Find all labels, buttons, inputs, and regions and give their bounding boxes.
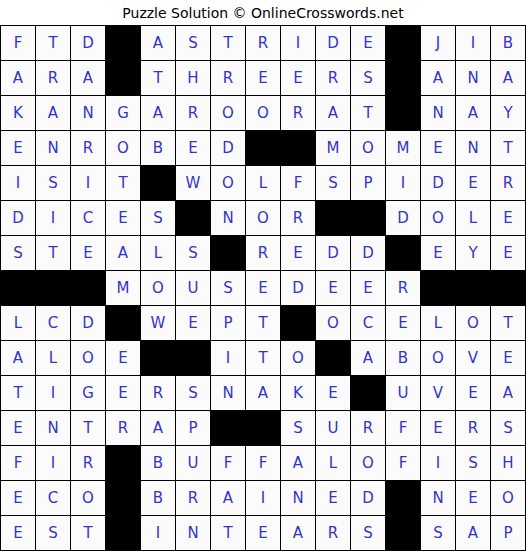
letter-cell: R bbox=[211, 61, 246, 96]
black-cell bbox=[106, 26, 141, 61]
black-cell bbox=[351, 376, 386, 411]
letter-cell: A bbox=[141, 411, 176, 446]
letter-cell: S bbox=[141, 201, 176, 236]
letter-cell: B bbox=[491, 26, 526, 61]
letter-cell: W bbox=[176, 166, 211, 201]
letter-cell: O bbox=[281, 341, 316, 376]
letter-cell: F bbox=[281, 166, 316, 201]
letter-cell: S bbox=[316, 166, 351, 201]
black-cell bbox=[211, 411, 246, 446]
letter-cell: E bbox=[176, 131, 211, 166]
letter-cell: R bbox=[456, 411, 491, 446]
letter-cell: L bbox=[316, 446, 351, 481]
letter-cell: R bbox=[281, 201, 316, 236]
letter-cell: L bbox=[1, 306, 36, 341]
letter-cell: I bbox=[281, 26, 316, 61]
letter-cell: E bbox=[1, 481, 36, 516]
letter-cell: T bbox=[246, 306, 281, 341]
letter-cell: W bbox=[141, 306, 176, 341]
letter-cell: F bbox=[386, 411, 421, 446]
letter-cell: I bbox=[456, 26, 491, 61]
letter-cell: E bbox=[421, 411, 456, 446]
letter-cell: T bbox=[351, 96, 386, 131]
letter-cell: I bbox=[36, 446, 71, 481]
letter-cell: E bbox=[106, 376, 141, 411]
letter-cell: F bbox=[1, 26, 36, 61]
letter-cell: O bbox=[456, 306, 491, 341]
letter-cell: A bbox=[1, 341, 36, 376]
letter-cell: N bbox=[71, 96, 106, 131]
letter-cell: U bbox=[176, 446, 211, 481]
letter-cell: U bbox=[176, 271, 211, 306]
letter-cell: M bbox=[316, 131, 351, 166]
letter-cell: E bbox=[491, 341, 526, 376]
letter-cell: S bbox=[421, 516, 456, 551]
black-cell bbox=[106, 516, 141, 551]
letter-cell: P bbox=[176, 411, 211, 446]
letter-cell: V bbox=[421, 376, 456, 411]
letter-cell: B bbox=[141, 446, 176, 481]
letter-cell: C bbox=[36, 481, 71, 516]
letter-cell: E bbox=[456, 481, 491, 516]
letter-cell: R bbox=[316, 516, 351, 551]
letter-cell: T bbox=[246, 341, 281, 376]
letter-cell: D bbox=[71, 306, 106, 341]
letter-cell: D bbox=[386, 201, 421, 236]
letter-cell: T bbox=[491, 131, 526, 166]
letter-cell: O bbox=[351, 446, 386, 481]
letter-cell: T bbox=[141, 61, 176, 96]
letter-cell: E bbox=[316, 481, 351, 516]
letter-cell: Y bbox=[456, 236, 491, 271]
letter-cell: E bbox=[491, 201, 526, 236]
letter-cell: H bbox=[176, 61, 211, 96]
letter-cell: R bbox=[71, 446, 106, 481]
letter-cell: E bbox=[71, 236, 106, 271]
letter-cell: E bbox=[246, 516, 281, 551]
letter-cell: A bbox=[211, 481, 246, 516]
letter-cell: R bbox=[36, 61, 71, 96]
letter-cell: M bbox=[386, 131, 421, 166]
letter-cell: R bbox=[386, 271, 421, 306]
letter-cell: S bbox=[211, 271, 246, 306]
letter-cell: I bbox=[1, 166, 36, 201]
letter-cell: N bbox=[211, 376, 246, 411]
letter-cell: R bbox=[246, 236, 281, 271]
letter-cell: O bbox=[211, 166, 246, 201]
puzzle-solution-page: Puzzle Solution © OnlineCrosswords.net F… bbox=[0, 0, 526, 551]
black-cell bbox=[36, 271, 71, 306]
letter-cell: A bbox=[351, 341, 386, 376]
letter-cell: E bbox=[106, 201, 141, 236]
letter-cell: T bbox=[211, 26, 246, 61]
letter-cell: A bbox=[281, 446, 316, 481]
letter-cell: I bbox=[141, 516, 176, 551]
black-cell bbox=[491, 271, 526, 306]
letter-cell: S bbox=[1, 236, 36, 271]
letter-cell: N bbox=[456, 61, 491, 96]
letter-cell: E bbox=[246, 271, 281, 306]
letter-cell: R bbox=[106, 411, 141, 446]
letter-cell: A bbox=[281, 516, 316, 551]
letter-cell: S bbox=[176, 236, 211, 271]
letter-cell: F bbox=[386, 446, 421, 481]
letter-cell: I bbox=[71, 166, 106, 201]
letter-cell: E bbox=[351, 26, 386, 61]
black-cell bbox=[141, 341, 176, 376]
letter-cell: O bbox=[351, 131, 386, 166]
page-title: Puzzle Solution © OnlineCrosswords.net bbox=[0, 0, 526, 25]
letter-cell: S bbox=[36, 166, 71, 201]
letter-cell: T bbox=[1, 376, 36, 411]
black-cell bbox=[386, 481, 421, 516]
letter-cell: E bbox=[106, 341, 141, 376]
letter-cell: U bbox=[316, 411, 351, 446]
black-cell bbox=[281, 131, 316, 166]
letter-cell: N bbox=[36, 411, 71, 446]
black-cell bbox=[106, 446, 141, 481]
letter-cell: R bbox=[71, 131, 106, 166]
letter-cell: E bbox=[281, 61, 316, 96]
letter-cell: M bbox=[106, 271, 141, 306]
letter-cell: C bbox=[36, 306, 71, 341]
letter-cell: A bbox=[71, 61, 106, 96]
black-cell bbox=[141, 166, 176, 201]
letter-cell: E bbox=[456, 166, 491, 201]
letter-cell: D bbox=[316, 236, 351, 271]
black-cell bbox=[106, 306, 141, 341]
letter-cell: K bbox=[1, 96, 36, 131]
letter-cell: N bbox=[176, 516, 211, 551]
letter-cell: E bbox=[176, 306, 211, 341]
letter-cell: E bbox=[1, 516, 36, 551]
letter-cell: T bbox=[71, 516, 106, 551]
letter-cell: F bbox=[1, 446, 36, 481]
letter-cell: F bbox=[246, 446, 281, 481]
letter-cell: I bbox=[36, 201, 71, 236]
letter-cell: N bbox=[421, 481, 456, 516]
letter-cell: I bbox=[211, 341, 246, 376]
letter-cell: B bbox=[141, 481, 176, 516]
letter-cell: L bbox=[36, 341, 71, 376]
letter-cell: G bbox=[71, 376, 106, 411]
letter-cell: L bbox=[246, 166, 281, 201]
letter-cell: T bbox=[491, 306, 526, 341]
letter-cell: P bbox=[211, 306, 246, 341]
letter-cell: R bbox=[176, 96, 211, 131]
black-cell bbox=[1, 271, 36, 306]
letter-cell: S bbox=[456, 446, 491, 481]
letter-cell: E bbox=[1, 411, 36, 446]
letter-cell: E bbox=[246, 61, 281, 96]
letter-cell: F bbox=[211, 446, 246, 481]
letter-cell: U bbox=[386, 376, 421, 411]
letter-cell: E bbox=[281, 236, 316, 271]
letter-cell: O bbox=[491, 481, 526, 516]
letter-cell: T bbox=[36, 236, 71, 271]
black-cell bbox=[316, 201, 351, 236]
black-cell bbox=[246, 411, 281, 446]
letter-cell: L bbox=[456, 201, 491, 236]
black-cell bbox=[316, 341, 351, 376]
letter-cell: P bbox=[491, 516, 526, 551]
letter-cell: L bbox=[141, 236, 176, 271]
letter-cell: R bbox=[176, 481, 211, 516]
letter-cell: O bbox=[421, 201, 456, 236]
letter-cell: T bbox=[36, 26, 71, 61]
letter-cell: D bbox=[211, 131, 246, 166]
letter-cell: J bbox=[421, 26, 456, 61]
letter-cell: R bbox=[316, 61, 351, 96]
letter-cell: N bbox=[36, 131, 71, 166]
letter-cell: R bbox=[246, 26, 281, 61]
letter-cell: E bbox=[491, 236, 526, 271]
black-cell bbox=[281, 306, 316, 341]
black-cell bbox=[456, 271, 491, 306]
letter-cell: O bbox=[71, 341, 106, 376]
letter-cell: B bbox=[386, 341, 421, 376]
letter-cell: A bbox=[491, 61, 526, 96]
letter-cell: S bbox=[491, 411, 526, 446]
letter-cell: D bbox=[351, 236, 386, 271]
letter-cell: A bbox=[36, 96, 71, 131]
letter-cell: A bbox=[316, 96, 351, 131]
letter-cell: C bbox=[71, 201, 106, 236]
letter-cell: E bbox=[421, 236, 456, 271]
black-cell bbox=[386, 26, 421, 61]
letter-cell: O bbox=[211, 96, 246, 131]
letter-cell: D bbox=[1, 201, 36, 236]
black-cell bbox=[351, 201, 386, 236]
letter-cell: R bbox=[141, 376, 176, 411]
black-cell bbox=[386, 236, 421, 271]
letter-cell: L bbox=[421, 306, 456, 341]
black-cell bbox=[246, 131, 281, 166]
letter-cell: E bbox=[1, 131, 36, 166]
letter-cell: D bbox=[281, 271, 316, 306]
letter-cell: E bbox=[316, 376, 351, 411]
letter-cell: O bbox=[246, 201, 281, 236]
letter-cell: I bbox=[386, 166, 421, 201]
black-cell bbox=[106, 481, 141, 516]
letter-cell: V bbox=[456, 341, 491, 376]
black-cell bbox=[386, 96, 421, 131]
letter-cell: E bbox=[351, 271, 386, 306]
letter-cell: A bbox=[106, 236, 141, 271]
letter-cell: A bbox=[246, 376, 281, 411]
letter-cell: S bbox=[351, 61, 386, 96]
black-cell bbox=[386, 516, 421, 551]
letter-cell: D bbox=[316, 26, 351, 61]
letter-cell: A bbox=[141, 26, 176, 61]
letter-cell: D bbox=[351, 481, 386, 516]
letter-cell: S bbox=[36, 516, 71, 551]
black-cell bbox=[106, 61, 141, 96]
letter-cell: S bbox=[176, 376, 211, 411]
letter-cell: N bbox=[456, 131, 491, 166]
letter-cell: S bbox=[281, 411, 316, 446]
letter-cell: Y bbox=[491, 96, 526, 131]
black-cell bbox=[71, 271, 106, 306]
letter-cell: D bbox=[421, 166, 456, 201]
black-cell bbox=[176, 201, 211, 236]
letter-cell: N bbox=[421, 96, 456, 131]
letter-cell: E bbox=[386, 306, 421, 341]
letter-cell: O bbox=[246, 96, 281, 131]
letter-cell: R bbox=[491, 166, 526, 201]
crossword-grid: FTDASTRIDEJIBARATHREERSANAKANGAROORATNAY… bbox=[0, 25, 526, 551]
letter-cell: A bbox=[141, 96, 176, 131]
letter-cell: D bbox=[71, 26, 106, 61]
letter-cell: E bbox=[316, 271, 351, 306]
letter-cell: C bbox=[351, 306, 386, 341]
letter-cell: A bbox=[1, 61, 36, 96]
letter-cell: G bbox=[106, 96, 141, 131]
letter-cell: S bbox=[176, 26, 211, 61]
letter-cell: R bbox=[351, 411, 386, 446]
black-cell bbox=[386, 61, 421, 96]
letter-cell: R bbox=[281, 96, 316, 131]
letter-cell: P bbox=[351, 166, 386, 201]
letter-cell: A bbox=[456, 96, 491, 131]
letter-cell: K bbox=[281, 376, 316, 411]
letter-cell: O bbox=[316, 306, 351, 341]
letter-cell: I bbox=[36, 376, 71, 411]
letter-cell: E bbox=[421, 131, 456, 166]
letter-cell: A bbox=[421, 61, 456, 96]
letter-cell: S bbox=[351, 516, 386, 551]
letter-cell: O bbox=[71, 481, 106, 516]
letter-cell: N bbox=[281, 481, 316, 516]
letter-cell: O bbox=[106, 131, 141, 166]
letter-cell: I bbox=[246, 481, 281, 516]
letter-cell: O bbox=[421, 341, 456, 376]
letter-cell: I bbox=[421, 446, 456, 481]
letter-cell: T bbox=[71, 411, 106, 446]
letter-cell: A bbox=[491, 376, 526, 411]
letter-cell: A bbox=[456, 516, 491, 551]
black-cell bbox=[211, 236, 246, 271]
black-cell bbox=[176, 341, 211, 376]
letter-cell: O bbox=[141, 271, 176, 306]
letter-cell: E bbox=[456, 376, 491, 411]
letter-cell: B bbox=[141, 131, 176, 166]
letter-cell: T bbox=[106, 166, 141, 201]
letter-cell: N bbox=[211, 201, 246, 236]
letter-cell: H bbox=[491, 446, 526, 481]
black-cell bbox=[421, 271, 456, 306]
letter-cell: T bbox=[211, 516, 246, 551]
